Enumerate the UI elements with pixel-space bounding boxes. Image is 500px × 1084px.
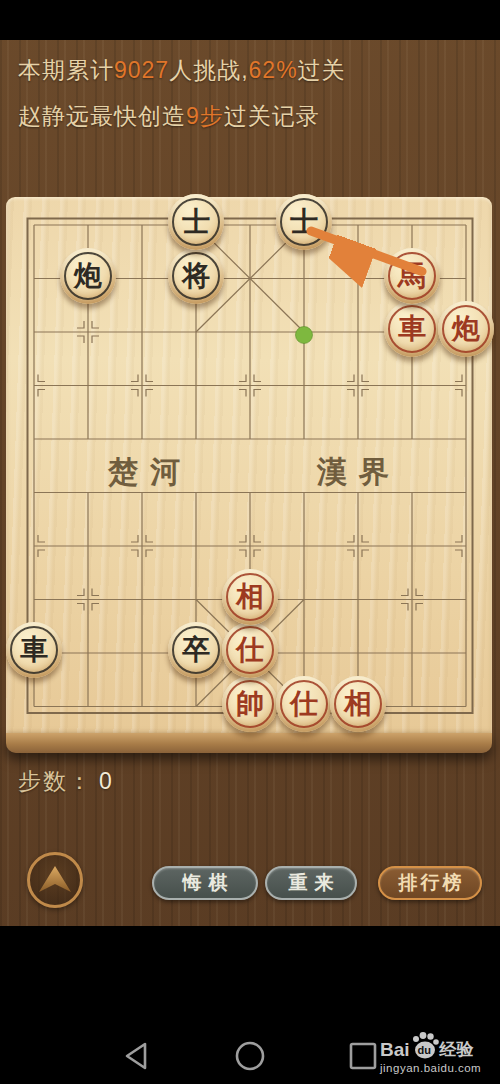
piece-red-仕[interactable]: 仕 [276,676,332,732]
baidu-paw-icon: du [411,1031,439,1061]
restart-label: 重来 [289,870,341,896]
piece-red-炮[interactable]: 炮 [438,301,494,357]
leaderboard-button[interactable]: 排行榜 [378,866,482,900]
home-icon[interactable] [233,1039,267,1073]
app-screen: 本期累计9027人挑战,62%过关 赵静远最快创造9步过关记录 楚河 漢界 士士… [0,0,500,1084]
piece-character: 車 [20,636,48,664]
watermark-du: du [418,1044,431,1056]
piece-character: 炮 [452,315,480,343]
status-bar [0,0,500,40]
challenge-stats-line: 本期累计9027人挑战,62%过关 [18,55,488,86]
piece-red-帥[interactable]: 帥 [222,676,278,732]
leaderboard-label: 排行榜 [399,870,465,896]
piece-black-車[interactable]: 車 [6,622,62,678]
stat-text: 过关记录 [224,103,320,129]
undo-move-button[interactable]: 悔棋 [152,866,258,900]
up-chevron-icon [35,863,75,897]
piece-red-相[interactable]: 相 [330,676,386,732]
piece-red-車[interactable]: 車 [384,301,440,357]
piece-character: 仕 [290,690,318,718]
piece-character: 相 [236,583,264,611]
piece-character: 卒 [182,636,210,664]
watermark-url: jingyan.baidu.com [380,1062,481,1074]
stat-highlight: 9步 [186,103,224,129]
piece-character: 炮 [74,262,102,290]
pieces-layer: 士士炮将馬車炮相車卒仕帥仕相 [6,197,492,735]
stat-text: 过关 [298,57,346,83]
piece-black-士[interactable]: 士 [276,194,332,250]
board-edge-bevel [6,733,492,753]
stat-highlight: 9027 [114,57,169,83]
piece-character: 馬 [398,262,426,290]
piece-character: 将 [182,262,210,290]
step-counter-value: 0 [93,768,114,794]
piece-character: 帥 [236,690,264,718]
piece-black-炮[interactable]: 炮 [60,248,116,304]
piece-black-士[interactable]: 士 [168,194,224,250]
stat-text: 赵静远最快创造 [18,103,186,129]
restart-button[interactable]: 重来 [265,866,357,900]
piece-character: 士 [182,208,210,236]
stat-highlight: 62% [249,57,298,83]
piece-character: 車 [398,315,426,343]
piece-red-相[interactable]: 相 [222,569,278,625]
stat-text: 人挑战, [169,57,248,83]
piece-character: 相 [344,690,372,718]
step-counter: 步数：0 [18,766,114,797]
piece-character: 士 [290,208,318,236]
undo-move-label: 悔棋 [183,870,235,896]
xiangqi-board[interactable]: 楚河 漢界 士士炮将馬車炮相車卒仕帥仕相 [6,197,492,753]
record-holder-line: 赵静远最快创造9步过关记录 [18,101,488,132]
piece-black-将[interactable]: 将 [168,248,224,304]
baidu-jingyan-watermark: Bai du 经验 jingyan.baidu.com [380,1031,481,1074]
watermark-jingyan: 经验 [440,1038,474,1061]
watermark-bai: Bai [380,1039,410,1061]
piece-red-仕[interactable]: 仕 [222,622,278,678]
back-icon[interactable] [122,1039,156,1073]
piece-red-馬[interactable]: 馬 [384,248,440,304]
collapse-panel-button[interactable] [27,852,83,908]
piece-black-卒[interactable]: 卒 [168,622,224,678]
piece-character: 仕 [236,636,264,664]
step-counter-label: 步数： [18,768,93,794]
recent-apps-icon[interactable] [347,1040,379,1072]
stat-text: 本期累计 [18,57,114,83]
